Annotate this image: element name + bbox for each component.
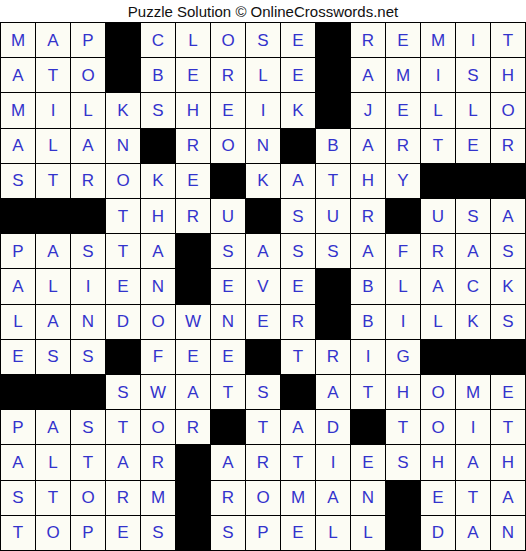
block-cell (491, 340, 525, 374)
letter-cell: A (211, 445, 245, 479)
page-title: Puzzle Solution © OnlineCrosswords.net (128, 3, 398, 20)
letter-cell: I (386, 305, 420, 339)
letter-cell: R (316, 340, 350, 374)
block-cell (106, 340, 140, 374)
letter-cell: H (141, 199, 175, 233)
block-cell (141, 129, 175, 163)
letter-cell: A (281, 164, 315, 198)
letter-cell: I (421, 58, 455, 92)
letter-cell: K (456, 305, 490, 339)
letter-cell: T (386, 410, 420, 444)
letter-cell: R (211, 58, 245, 92)
letter-cell: A (351, 129, 385, 163)
letter-cell: A (316, 375, 350, 409)
letter-cell: H (421, 445, 455, 479)
letter-cell: O (71, 481, 105, 515)
letter-cell: E (386, 93, 420, 127)
letter-cell: I (316, 445, 350, 479)
letter-cell: O (246, 481, 280, 515)
letter-cell: C (456, 269, 490, 303)
block-cell (176, 445, 210, 479)
letter-cell: A (456, 234, 490, 268)
letter-cell: R (106, 481, 140, 515)
letter-cell: O (141, 410, 175, 444)
letter-cell: E (456, 129, 490, 163)
letter-cell: S (316, 234, 350, 268)
letter-cell: R (491, 129, 525, 163)
letter-cell: R (351, 23, 385, 57)
letter-cell: T (211, 375, 245, 409)
block-cell (1, 199, 35, 233)
block-cell (246, 340, 280, 374)
letter-cell: H (491, 445, 525, 479)
letter-cell: M (1, 23, 35, 57)
letter-cell: P (71, 23, 105, 57)
letter-cell: N (351, 481, 385, 515)
letter-cell: A (491, 199, 525, 233)
block-cell (176, 269, 210, 303)
letter-cell: S (71, 410, 105, 444)
letter-cell: S (211, 234, 245, 268)
letter-cell: R (176, 199, 210, 233)
block-cell (36, 199, 70, 233)
block-cell (281, 375, 315, 409)
letter-cell: T (281, 445, 315, 479)
block-cell (1, 375, 35, 409)
block-cell (316, 58, 350, 92)
letter-cell: L (176, 23, 210, 57)
block-cell (491, 164, 525, 198)
letter-cell: S (36, 340, 70, 374)
letter-cell: L (36, 269, 70, 303)
letter-cell: W (141, 375, 175, 409)
letter-cell: L (1, 305, 35, 339)
block-cell (71, 375, 105, 409)
letter-cell: A (1, 269, 35, 303)
block-cell (421, 340, 455, 374)
letter-cell: B (316, 129, 350, 163)
letter-cell: E (281, 58, 315, 92)
letter-cell: T (316, 164, 350, 198)
letter-cell: D (316, 410, 350, 444)
letter-cell: F (386, 234, 420, 268)
letter-cell: E (176, 58, 210, 92)
letter-cell: S (211, 516, 245, 550)
letter-cell: C (141, 23, 175, 57)
letter-cell: A (36, 305, 70, 339)
letter-cell: V (246, 269, 280, 303)
letter-cell: G (386, 340, 420, 374)
letter-cell: A (351, 58, 385, 92)
letter-cell: H (351, 164, 385, 198)
letter-cell: R (386, 129, 420, 163)
letter-cell: T (36, 164, 70, 198)
letter-cell: L (421, 93, 455, 127)
letter-cell: T (36, 58, 70, 92)
block-cell (106, 23, 140, 57)
letter-cell: T (491, 23, 525, 57)
letter-cell: A (36, 410, 70, 444)
crossword-grid: MAPCLOSEREMITATOBERLEAMISHMILKSHEIKJELLO… (0, 22, 526, 551)
letter-cell: B (351, 305, 385, 339)
letter-cell: A (351, 234, 385, 268)
letter-cell: L (351, 516, 385, 550)
puzzle-solution-page: Puzzle Solution © OnlineCrosswords.net M… (0, 0, 526, 551)
letter-cell: S (491, 305, 525, 339)
letter-cell: K (491, 269, 525, 303)
letter-cell: E (491, 375, 525, 409)
letter-cell: O (491, 93, 525, 127)
letter-cell: I (456, 23, 490, 57)
letter-cell: S (141, 516, 175, 550)
letter-cell: D (106, 305, 140, 339)
block-cell (176, 234, 210, 268)
letter-cell: M (421, 23, 455, 57)
letter-cell: P (1, 234, 35, 268)
letter-cell: S (246, 23, 280, 57)
letter-cell: P (71, 516, 105, 550)
block-cell (316, 23, 350, 57)
letter-cell: K (141, 164, 175, 198)
letter-cell: K (106, 93, 140, 127)
letter-cell: M (386, 58, 420, 92)
letter-cell: R (71, 164, 105, 198)
letter-cell: P (1, 410, 35, 444)
block-cell (386, 481, 420, 515)
letter-cell: S (71, 340, 105, 374)
letter-cell: N (211, 305, 245, 339)
letter-cell: A (421, 269, 455, 303)
letter-cell: L (386, 269, 420, 303)
letter-cell: S (71, 234, 105, 268)
letter-cell: T (36, 481, 70, 515)
letter-cell: R (246, 445, 280, 479)
letter-cell: T (1, 516, 35, 550)
letter-cell: E (176, 340, 210, 374)
letter-cell: L (36, 129, 70, 163)
letter-cell: B (141, 58, 175, 92)
letter-cell: E (421, 481, 455, 515)
letter-cell: E (246, 305, 280, 339)
letter-cell: R (281, 305, 315, 339)
block-cell (36, 375, 70, 409)
letter-cell: S (491, 234, 525, 268)
letter-cell: N (246, 129, 280, 163)
letter-cell: A (456, 445, 490, 479)
letter-cell: R (176, 129, 210, 163)
block-cell (106, 58, 140, 92)
letter-cell: E (106, 516, 140, 550)
letter-cell: N (71, 305, 105, 339)
letter-cell: S (456, 58, 490, 92)
letter-cell: A (316, 481, 350, 515)
letter-cell: O (36, 516, 70, 550)
letter-cell: E (211, 269, 245, 303)
letter-cell: N (106, 129, 140, 163)
letter-cell: D (421, 516, 455, 550)
letter-cell: A (106, 445, 140, 479)
block-cell (176, 516, 210, 550)
letter-cell: T (351, 375, 385, 409)
letter-cell: E (1, 340, 35, 374)
letter-cell: T (421, 129, 455, 163)
letter-cell: E (211, 93, 245, 127)
letter-cell: A (36, 234, 70, 268)
letter-cell: L (246, 58, 280, 92)
letter-cell: Y (386, 164, 420, 198)
block-cell (386, 516, 420, 550)
letter-cell: O (421, 375, 455, 409)
letter-cell: O (106, 164, 140, 198)
letter-cell: N (491, 516, 525, 550)
block-cell (316, 269, 350, 303)
letter-cell: R (141, 445, 175, 479)
letter-cell: S (281, 199, 315, 233)
letter-cell: E (281, 23, 315, 57)
letter-cell: U (421, 199, 455, 233)
letter-cell: S (1, 481, 35, 515)
letter-cell: T (106, 410, 140, 444)
block-cell (211, 410, 245, 444)
letter-cell: T (281, 340, 315, 374)
letter-cell: I (246, 93, 280, 127)
block-cell (281, 129, 315, 163)
letter-cell: M (1, 93, 35, 127)
letter-cell: O (421, 410, 455, 444)
letter-cell: E (281, 269, 315, 303)
letter-cell: A (1, 445, 35, 479)
letter-cell: L (456, 93, 490, 127)
letter-cell: N (141, 269, 175, 303)
block-cell (351, 410, 385, 444)
block-cell (176, 481, 210, 515)
letter-cell: H (491, 58, 525, 92)
letter-cell: E (211, 340, 245, 374)
letter-cell: A (491, 481, 525, 515)
letter-cell: T (246, 410, 280, 444)
letter-cell: A (71, 129, 105, 163)
letter-cell: L (36, 445, 70, 479)
letter-cell: E (281, 516, 315, 550)
block-cell (71, 199, 105, 233)
letter-cell: E (176, 164, 210, 198)
letter-cell: O (211, 129, 245, 163)
letter-cell: S (106, 375, 140, 409)
block-cell (316, 305, 350, 339)
block-cell (421, 164, 455, 198)
letter-cell: L (421, 305, 455, 339)
letter-cell: P (246, 516, 280, 550)
block-cell (456, 340, 490, 374)
letter-cell: U (211, 199, 245, 233)
block-cell (211, 164, 245, 198)
letter-cell: R (211, 481, 245, 515)
letter-cell: T (491, 410, 525, 444)
letter-cell: A (141, 234, 175, 268)
letter-cell: O (71, 58, 105, 92)
letter-cell: L (316, 516, 350, 550)
block-cell (316, 93, 350, 127)
letter-cell: K (281, 93, 315, 127)
block-cell (246, 199, 280, 233)
letter-cell: W (176, 305, 210, 339)
title-bar: Puzzle Solution © OnlineCrosswords.net (0, 0, 526, 22)
letter-cell: O (211, 23, 245, 57)
letter-cell: I (456, 410, 490, 444)
block-cell (456, 164, 490, 198)
letter-cell: A (281, 410, 315, 444)
letter-cell: M (281, 481, 315, 515)
letter-cell: A (1, 58, 35, 92)
letter-cell: A (1, 129, 35, 163)
letter-cell: H (176, 93, 210, 127)
letter-cell: I (36, 93, 70, 127)
letter-cell: S (1, 164, 35, 198)
letter-cell: S (141, 93, 175, 127)
letter-cell: R (176, 410, 210, 444)
letter-cell: E (386, 23, 420, 57)
letter-cell: L (71, 93, 105, 127)
block-cell (386, 199, 420, 233)
letter-cell: I (71, 269, 105, 303)
letter-cell: A (36, 23, 70, 57)
letter-cell: T (106, 199, 140, 233)
letter-cell: S (281, 234, 315, 268)
letter-cell: S (386, 445, 420, 479)
letter-cell: S (246, 375, 280, 409)
letter-cell: T (456, 481, 490, 515)
letter-cell: S (456, 199, 490, 233)
letter-cell: M (456, 375, 490, 409)
letter-cell: J (351, 93, 385, 127)
letter-cell: E (351, 445, 385, 479)
letter-cell: A (176, 375, 210, 409)
letter-cell: A (456, 516, 490, 550)
letter-cell: T (71, 445, 105, 479)
letter-cell: F (141, 340, 175, 374)
letter-cell: R (421, 234, 455, 268)
letter-cell: R (351, 199, 385, 233)
letter-cell: U (316, 199, 350, 233)
letter-cell: K (246, 164, 280, 198)
letter-cell: T (106, 234, 140, 268)
letter-cell: H (386, 375, 420, 409)
letter-cell: I (351, 340, 385, 374)
letter-cell: A (246, 234, 280, 268)
letter-cell: O (141, 305, 175, 339)
letter-cell: E (106, 269, 140, 303)
letter-cell: B (351, 269, 385, 303)
letter-cell: M (141, 481, 175, 515)
